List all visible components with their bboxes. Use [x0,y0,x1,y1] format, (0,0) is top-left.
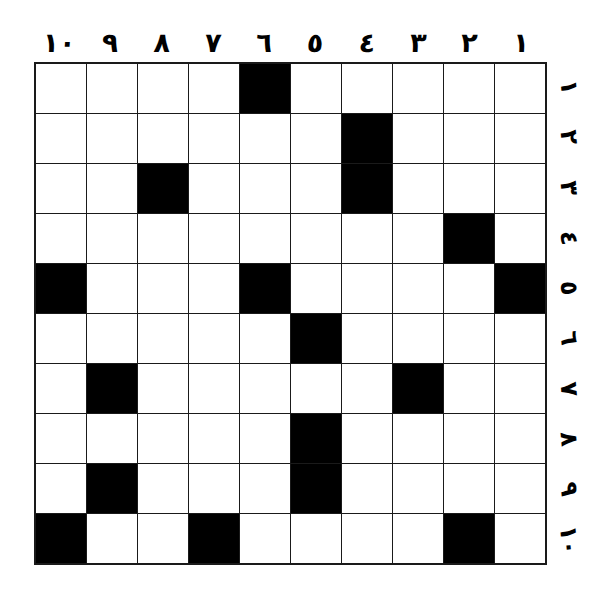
cell-r2-c8[interactable] [138,114,188,163]
cell-r9-c8[interactable] [138,464,188,513]
cell-r8-c8[interactable] [138,414,188,463]
cell-r7-c10[interactable] [36,364,86,413]
cell-r5-c7[interactable] [189,264,239,313]
column-label-10: ١٠ [32,14,86,58]
block-cell-r8-c5 [291,414,341,463]
cell-r7-c7[interactable] [189,364,239,413]
row-label-2: ٢ [542,113,596,161]
row-label-1: ١ [542,63,596,111]
row-label-7: ٧ [542,365,596,413]
cell-r9-c3[interactable] [393,464,443,513]
cell-r7-c1[interactable] [495,364,545,413]
column-label-2: ٢ [443,14,497,58]
cell-r8-c7[interactable] [189,414,239,463]
cell-r2-c9[interactable] [87,114,137,163]
block-cell-r10-c7 [189,514,239,563]
block-cell-r6-c5 [291,314,341,363]
column-label-4: ٤ [340,14,394,58]
column-labels: ١٠٩٨٧٦٥٤٣٢١ [34,14,547,58]
cell-r2-c1[interactable] [495,114,545,163]
cell-r3-c1[interactable] [495,164,545,213]
cell-r6-c6[interactable] [240,314,290,363]
cell-r9-c7[interactable] [189,464,239,513]
row-labels: ١٢٣٤٥٦٧٨٩١٠ [547,62,591,565]
block-cell-r10-c2 [444,514,494,563]
cell-r3-c5[interactable] [291,164,341,213]
cell-r10-c8[interactable] [138,514,188,563]
cell-r1-c9[interactable] [87,64,137,113]
crossword-diagram: ١٠٩٨٧٦٥٤٣٢١ ١٢٣٤٥٦٧٨٩١٠ [0,0,600,600]
cell-r1-c10[interactable] [36,64,86,113]
cell-r3-c2[interactable] [444,164,494,213]
cell-r3-c3[interactable] [393,164,443,213]
row-label-3: ٣ [542,164,596,212]
cell-r4-c4[interactable] [342,214,392,263]
block-cell-r2-c4 [342,114,392,163]
cell-r9-c2[interactable] [444,464,494,513]
cell-r4-c7[interactable] [189,214,239,263]
cell-r5-c9[interactable] [87,264,137,313]
row-label-8: ٨ [542,415,596,463]
cell-r10-c9[interactable] [87,514,137,563]
cell-r8-c4[interactable] [342,414,392,463]
cell-r10-c5[interactable] [291,514,341,563]
cell-r9-c4[interactable] [342,464,392,513]
cell-r8-c10[interactable] [36,414,86,463]
cell-r4-c6[interactable] [240,214,290,263]
row-label-9: ٩ [542,465,596,513]
column-label-6: ٦ [238,14,292,58]
block-cell-r5-c1 [495,264,545,313]
cell-r6-c7[interactable] [189,314,239,363]
cell-r1-c5[interactable] [291,64,341,113]
row-label-4: ٤ [542,214,596,262]
column-label-3: ٣ [392,14,446,58]
column-label-9: ٩ [84,14,138,58]
cell-r6-c2[interactable] [444,314,494,363]
cell-r6-c4[interactable] [342,314,392,363]
cell-r1-c8[interactable] [138,64,188,113]
block-cell-r7-c3 [393,364,443,413]
cell-r9-c6[interactable] [240,464,290,513]
column-label-8: ٨ [135,14,189,58]
cell-r7-c8[interactable] [138,364,188,413]
block-cell-r10-c10 [36,514,86,563]
cell-r5-c2[interactable] [444,264,494,313]
cell-r6-c3[interactable] [393,314,443,363]
cell-r7-c6[interactable] [240,364,290,413]
cell-r2-c3[interactable] [393,114,443,163]
cell-r5-c8[interactable] [138,264,188,313]
cell-r5-c3[interactable] [393,264,443,313]
cell-r8-c6[interactable] [240,414,290,463]
block-cell-r5-c10 [36,264,86,313]
block-cell-r9-c9 [87,464,137,513]
cell-r4-c10[interactable] [36,214,86,263]
cell-r4-c1[interactable] [495,214,545,263]
column-label-7: ٧ [186,14,240,58]
cell-r1-c7[interactable] [189,64,239,113]
cell-r6-c10[interactable] [36,314,86,363]
cell-r2-c5[interactable] [291,114,341,163]
cell-r10-c4[interactable] [342,514,392,563]
cell-r5-c5[interactable] [291,264,341,313]
cell-r8-c1[interactable] [495,414,545,463]
cell-r6-c8[interactable] [138,314,188,363]
crossword-grid [34,62,547,565]
cell-r4-c8[interactable] [138,214,188,263]
row-label-5: ٥ [542,264,596,312]
cell-r1-c2[interactable] [444,64,494,113]
cell-r10-c3[interactable] [393,514,443,563]
cell-r1-c3[interactable] [393,64,443,113]
cell-r3-c7[interactable] [189,164,239,213]
cell-r9-c10[interactable] [36,464,86,513]
cell-r5-c4[interactable] [342,264,392,313]
cell-r7-c4[interactable] [342,364,392,413]
cell-r2-c6[interactable] [240,114,290,163]
column-label-1: ١ [494,14,548,58]
cell-r7-c2[interactable] [444,364,494,413]
cell-r7-c5[interactable] [291,364,341,413]
block-cell-r3-c8 [138,164,188,213]
cell-r8-c9[interactable] [87,414,137,463]
block-cell-r3-c4 [342,164,392,213]
cell-r10-c6[interactable] [240,514,290,563]
block-cell-r9-c5 [291,464,341,513]
cell-r8-c3[interactable] [393,414,443,463]
cell-r9-c1[interactable] [495,464,545,513]
cell-r8-c2[interactable] [444,414,494,463]
column-label-5: ٥ [289,14,343,58]
block-cell-r7-c9 [87,364,137,413]
cell-r3-c10[interactable] [36,164,86,213]
block-cell-r1-c6 [240,64,290,113]
cell-r4-c3[interactable] [393,214,443,263]
row-label-6: ٦ [542,315,596,363]
cell-r2-c7[interactable] [189,114,239,163]
cell-r3-c6[interactable] [240,164,290,213]
cell-r4-c9[interactable] [87,214,137,263]
cell-r6-c9[interactable] [87,314,137,363]
cell-r10-c1[interactable] [495,514,545,563]
cell-r1-c4[interactable] [342,64,392,113]
cell-r2-c10[interactable] [36,114,86,163]
row-label-10: ١٠ [542,516,596,564]
cell-r2-c2[interactable] [444,114,494,163]
block-cell-r5-c6 [240,264,290,313]
block-cell-r4-c2 [444,214,494,263]
cell-r4-c5[interactable] [291,214,341,263]
cell-r3-c9[interactable] [87,164,137,213]
cell-r1-c1[interactable] [495,64,545,113]
cell-r6-c1[interactable] [495,314,545,363]
